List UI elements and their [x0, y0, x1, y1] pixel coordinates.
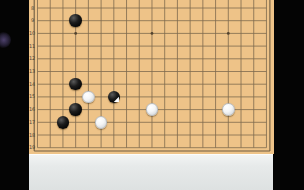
letterbox-right — [273, 0, 304, 190]
last-move-marker — [113, 96, 119, 102]
row-label: 10 — [29, 31, 34, 36]
go-board[interactable]: 8910111213141516171819 — [29, 0, 274, 154]
row-label: 16 — [29, 107, 34, 112]
row-label: 18 — [29, 133, 34, 138]
black-stone — [69, 14, 82, 27]
app-panel-below-board — [29, 154, 273, 190]
row-label: 9 — [29, 18, 34, 23]
row-label: 17 — [29, 120, 34, 125]
row-coordinate-labels: 8910111213141516171819 — [29, 0, 35, 154]
black-stone — [57, 116, 70, 129]
row-label: 8 — [29, 6, 34, 11]
video-frame: 8910111213141516171819 — [0, 0, 304, 190]
black-stone — [108, 91, 121, 104]
row-label: 15 — [29, 94, 34, 99]
white-stone — [82, 91, 95, 104]
row-label: 12 — [29, 56, 34, 61]
letterbox-left — [0, 0, 29, 190]
row-label: 19 — [29, 145, 34, 150]
board-grid-lines — [29, 0, 274, 154]
black-stone — [69, 103, 82, 116]
row-label: 11 — [29, 44, 34, 49]
row-label: 14 — [29, 82, 34, 87]
white-stone — [95, 116, 108, 129]
white-stone — [222, 103, 235, 116]
row-label: 13 — [29, 69, 34, 74]
white-stone — [146, 103, 159, 116]
